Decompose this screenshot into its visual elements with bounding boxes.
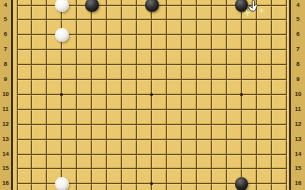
row-label-right: 7 (291, 46, 305, 53)
grid-vline (226, 0, 227, 190)
row-label-left: 15 (0, 165, 11, 172)
row-label-left: 5 (0, 16, 11, 23)
row-label-right: 6 (291, 31, 305, 38)
star-point (150, 182, 153, 185)
grid-vline (286, 0, 287, 190)
star-point (240, 93, 243, 96)
row-label-left: 7 (0, 46, 11, 53)
white-stone (55, 177, 69, 190)
board-area[interactable] (0, 0, 305, 190)
black-stone (85, 0, 99, 12)
star-point (60, 93, 63, 96)
row-label-right: 14 (291, 151, 305, 158)
grid-vline (121, 0, 122, 190)
grid-vline (106, 0, 107, 190)
grid-hline (17, 139, 288, 140)
row-label-right: 11 (291, 106, 305, 113)
grid-hline (17, 79, 288, 80)
row-label-left: 16 (0, 180, 11, 187)
grid-vline (136, 0, 137, 190)
grid-vline (17, 0, 18, 190)
grid-vline (196, 0, 197, 190)
grid-vline (91, 0, 92, 190)
row-label-strip-right: 45678910111213141516 (289, 0, 305, 190)
grid-vline (181, 0, 182, 190)
grid-vline (31, 0, 32, 190)
grid-hline (17, 64, 288, 65)
grid-vline (211, 0, 212, 190)
go-board-screen: 45678910111213141516 4567891011121314151… (0, 0, 305, 190)
grid-vline (46, 0, 47, 190)
row-label-left: 4 (0, 2, 11, 9)
grid-hline (17, 154, 288, 155)
grid-vline (166, 0, 167, 190)
row-label-right: 10 (291, 91, 305, 98)
row-label-right: 13 (291, 136, 305, 143)
row-label-left: 12 (0, 121, 11, 128)
black-stone (235, 177, 249, 190)
row-label-left: 8 (0, 61, 11, 68)
row-label-left: 11 (0, 106, 11, 113)
row-label-left: 13 (0, 136, 11, 143)
grid-hline (17, 168, 288, 169)
star-point (150, 93, 153, 96)
black-stone (145, 0, 159, 12)
row-label-left: 14 (0, 151, 11, 158)
row-label-left: 6 (0, 31, 11, 38)
row-label-left: 9 (0, 76, 11, 83)
grid-hline (17, 124, 288, 125)
grid-hline (17, 109, 288, 110)
row-label-strip-left: 45678910111213141516 (0, 0, 13, 190)
row-label-right: 8 (291, 61, 305, 68)
row-label-right: 5 (291, 16, 305, 23)
white-stone (55, 28, 69, 42)
row-label-right: 16 (291, 180, 305, 187)
grid-vline (271, 0, 272, 190)
row-label-left: 10 (0, 91, 11, 98)
white-stone (55, 0, 69, 12)
grid-hline (17, 19, 288, 20)
row-label-right: 9 (291, 76, 305, 83)
grid-vline (256, 0, 257, 190)
row-label-right: 12 (291, 121, 305, 128)
grid-hline (17, 49, 288, 50)
row-label-right: 4 (291, 2, 305, 9)
row-label-right: 15 (291, 165, 305, 172)
grid-vline (76, 0, 77, 190)
